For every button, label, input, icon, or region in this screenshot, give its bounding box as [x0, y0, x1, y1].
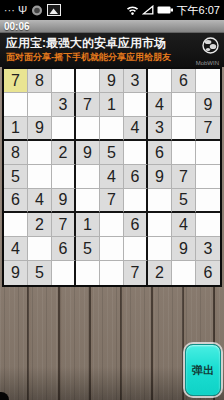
- cell-r9c4[interactable]: [76, 261, 100, 285]
- overflow-dots-icon: ⋯: [4, 0, 14, 20]
- cell-r9c5[interactable]: [100, 261, 124, 285]
- cell-r7c9[interactable]: [196, 213, 220, 237]
- clock-text: 下午6:07: [177, 0, 220, 20]
- cell-r8c1[interactable]: 4: [4, 237, 28, 261]
- cell-r4c5[interactable]: 5: [100, 141, 124, 165]
- cell-r8c9[interactable]: 3: [196, 237, 220, 261]
- cell-r1c3[interactable]: [52, 69, 76, 93]
- cell-r6c7[interactable]: [148, 189, 172, 213]
- globe-icon: [202, 37, 219, 54]
- cell-r9c7[interactable]: 2: [148, 261, 172, 285]
- cell-r5c5[interactable]: 4: [100, 165, 124, 189]
- cell-r1c7[interactable]: [148, 69, 172, 93]
- cell-r4c6[interactable]: [124, 141, 148, 165]
- cell-r3c8[interactable]: [172, 117, 196, 141]
- cell-r2c8[interactable]: [172, 93, 196, 117]
- cell-r1c8[interactable]: 6: [172, 69, 196, 93]
- game-timer-bar: 00:06: [0, 20, 224, 33]
- cell-r6c3[interactable]: 9: [52, 189, 76, 213]
- wifi-icon: [126, 5, 139, 15]
- cell-r2c7[interactable]: 4: [148, 93, 172, 117]
- cell-r6c6[interactable]: [124, 189, 148, 213]
- cell-r6c5[interactable]: 7: [100, 189, 124, 213]
- cell-r4c9[interactable]: [196, 141, 220, 165]
- cell-r5c6[interactable]: 6: [124, 165, 148, 189]
- ad-network-label: MobWIN: [196, 60, 219, 67]
- cell-r5c1[interactable]: 5: [4, 165, 28, 189]
- cell-r6c4[interactable]: [76, 189, 100, 213]
- phone-screen: ⋯ Ψ 下午6:07: [0, 0, 224, 400]
- cell-r4c2[interactable]: [28, 141, 52, 165]
- status-bar: ⋯ Ψ 下午6:07: [0, 0, 224, 20]
- screen-corner: [0, 392, 9, 400]
- cell-r4c1[interactable]: 8: [4, 141, 28, 165]
- cell-r9c9[interactable]: 6: [196, 261, 220, 285]
- cell-r8c2[interactable]: [28, 237, 52, 261]
- cell-r8c3[interactable]: 6: [52, 237, 76, 261]
- ad-banner[interactable]: 应用宝:最强大的安卓应用市场 面对面分享-摇下手机就能分享应用给朋友 MobWI…: [0, 33, 224, 67]
- cell-r7c5[interactable]: [100, 213, 124, 237]
- cell-r9c1[interactable]: 9: [4, 261, 28, 285]
- cell-r3c6[interactable]: 4: [124, 117, 148, 141]
- cell-r7c1[interactable]: [4, 213, 28, 237]
- cell-r8c5[interactable]: [100, 237, 124, 261]
- cell-r2c4[interactable]: 7: [76, 93, 100, 117]
- cell-r2c9[interactable]: 9: [196, 93, 220, 117]
- cell-r9c3[interactable]: [52, 261, 76, 285]
- cell-r5c2[interactable]: [28, 165, 52, 189]
- elapsed-time: 00:06: [4, 21, 30, 32]
- cell-r2c6[interactable]: [124, 93, 148, 117]
- cell-r8c4[interactable]: 5: [76, 237, 100, 261]
- cell-r6c1[interactable]: 6: [4, 189, 28, 213]
- cell-r3c3[interactable]: [52, 117, 76, 141]
- cell-r1c6[interactable]: 3: [124, 69, 148, 93]
- cell-r4c4[interactable]: 9: [76, 141, 100, 165]
- game-area: 7893637149194378295654697649752716446593…: [0, 67, 224, 400]
- cell-r7c3[interactable]: 7: [52, 213, 76, 237]
- popup-button[interactable]: 弹出: [185, 344, 221, 396]
- cell-r7c6[interactable]: 6: [124, 213, 148, 237]
- cell-r2c2[interactable]: [28, 93, 52, 117]
- cell-r4c3[interactable]: 2: [52, 141, 76, 165]
- cell-r6c2[interactable]: 4: [28, 189, 52, 213]
- cell-r2c1[interactable]: [4, 93, 28, 117]
- cell-r6c9[interactable]: [196, 189, 220, 213]
- sudoku-board: 7893637149194378295654697649752716446593…: [2, 67, 222, 287]
- cell-r3c5[interactable]: [100, 117, 124, 141]
- cell-r5c9[interactable]: [196, 165, 220, 189]
- cell-r8c8[interactable]: 9: [172, 237, 196, 261]
- cell-r9c8[interactable]: [172, 261, 196, 285]
- cell-r1c5[interactable]: 9: [100, 69, 124, 93]
- cell-r8c6[interactable]: [124, 237, 148, 261]
- gallery-icon: [47, 4, 61, 16]
- status-bar-right: 下午6:07: [126, 0, 220, 20]
- cell-r6c8[interactable]: 5: [172, 189, 196, 213]
- cell-r5c3[interactable]: [52, 165, 76, 189]
- cell-r4c8[interactable]: [172, 141, 196, 165]
- cell-r2c5[interactable]: 1: [100, 93, 124, 117]
- app-circle-icon: [31, 4, 43, 16]
- cell-r7c7[interactable]: [148, 213, 172, 237]
- cell-r8c7[interactable]: [148, 237, 172, 261]
- cell-r5c4[interactable]: [76, 165, 100, 189]
- signal-triangle-icon: [142, 5, 154, 15]
- cell-r3c7[interactable]: 3: [148, 117, 172, 141]
- cell-r1c1[interactable]: 7: [4, 69, 28, 93]
- cell-r9c6[interactable]: 7: [124, 261, 148, 285]
- battery-icon: [157, 5, 174, 15]
- cell-r7c8[interactable]: 4: [172, 213, 196, 237]
- cell-r5c7[interactable]: 9: [148, 165, 172, 189]
- cell-r5c8[interactable]: 7: [172, 165, 196, 189]
- cell-r3c9[interactable]: 7: [196, 117, 220, 141]
- ad-title: 应用宝:最强大的安卓应用市场: [6, 35, 218, 51]
- cell-r1c4[interactable]: [76, 69, 100, 93]
- cell-r2c3[interactable]: 3: [52, 93, 76, 117]
- cell-r7c2[interactable]: 2: [28, 213, 52, 237]
- cell-r3c2[interactable]: 9: [28, 117, 52, 141]
- usb-icon: Ψ: [18, 0, 27, 20]
- cell-r1c2[interactable]: 8: [28, 69, 52, 93]
- ad-subtitle: 面对面分享-摇下手机就能分享应用给朋友: [6, 51, 218, 63]
- status-bar-left: ⋯ Ψ: [4, 0, 61, 20]
- cell-r3c1[interactable]: 1: [4, 117, 28, 141]
- cell-r9c2[interactable]: 5: [28, 261, 52, 285]
- cell-r1c9[interactable]: [196, 69, 220, 93]
- cell-r3c4[interactable]: [76, 117, 100, 141]
- cell-r4c7[interactable]: 6: [148, 141, 172, 165]
- cell-r7c4[interactable]: 1: [76, 213, 100, 237]
